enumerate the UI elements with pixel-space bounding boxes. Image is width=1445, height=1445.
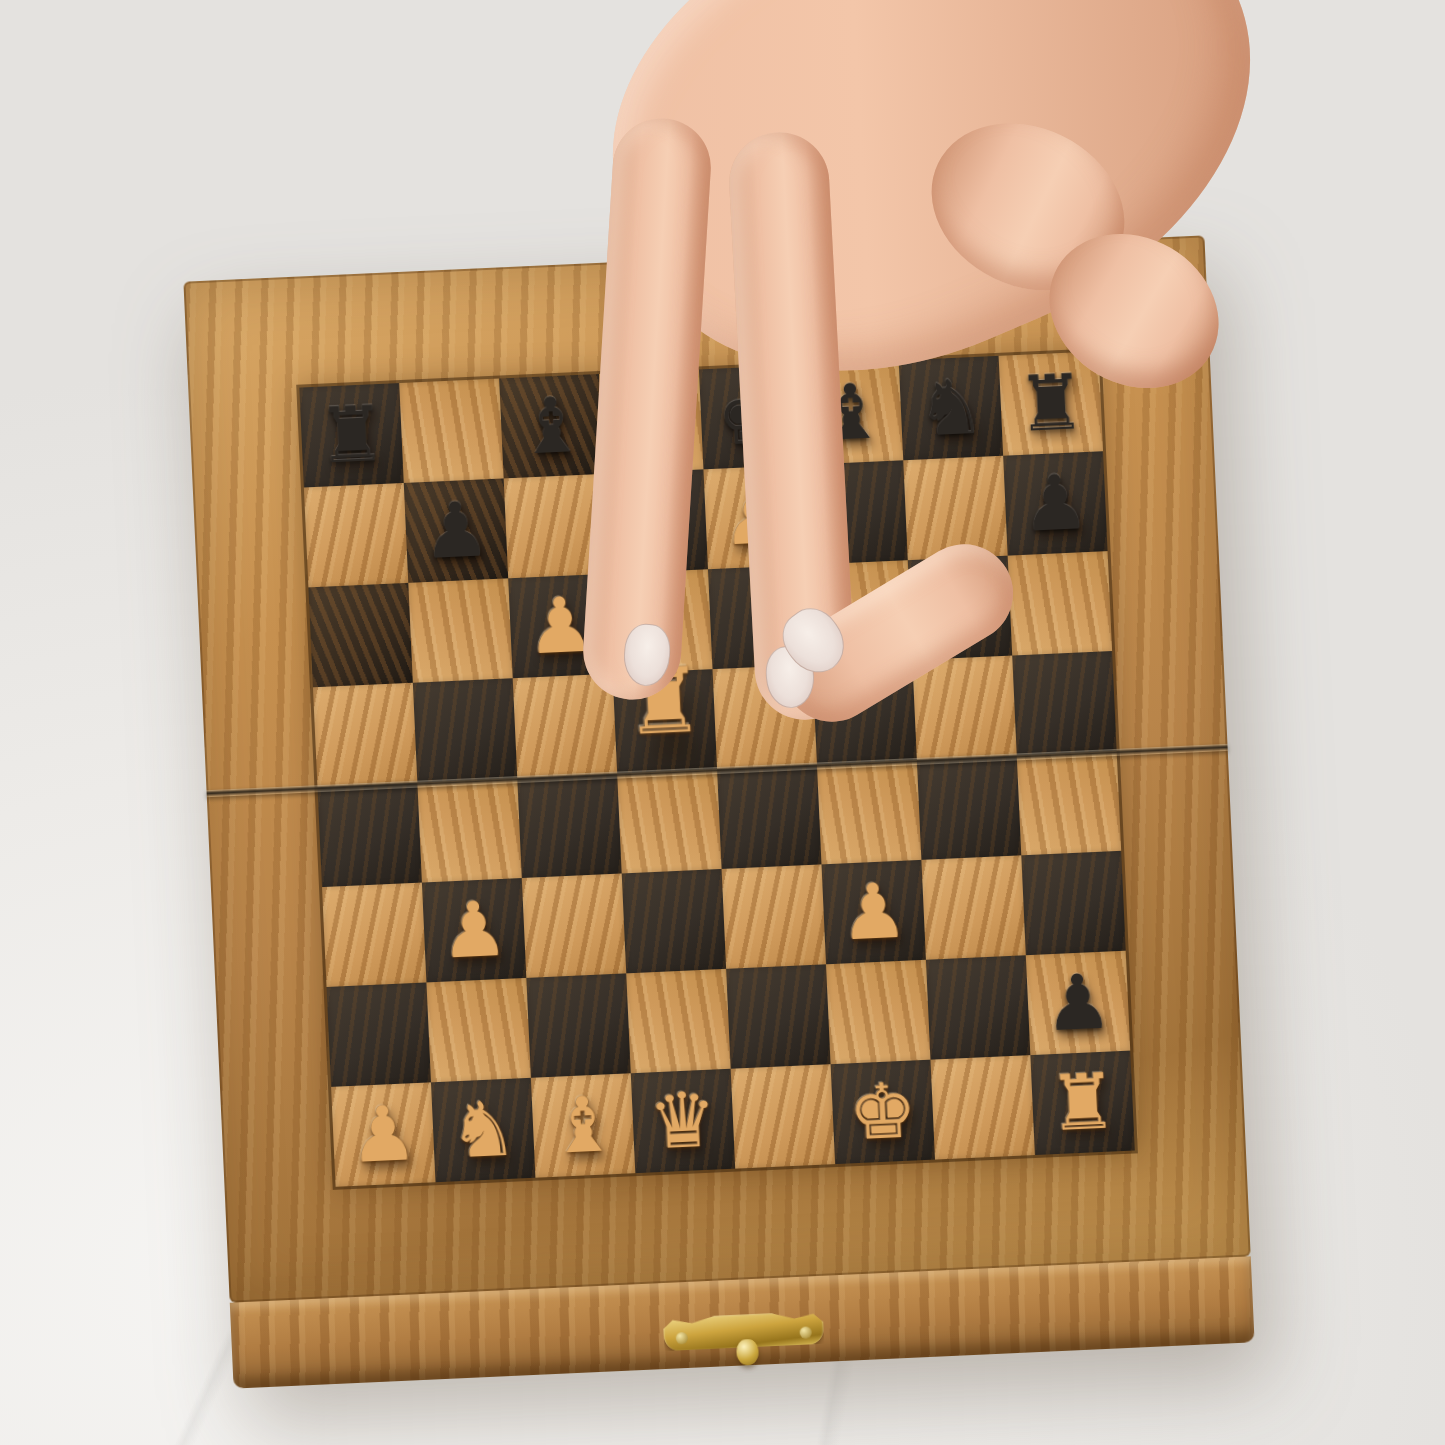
square-e4[interactable] <box>717 765 821 869</box>
white-rook-d5-held[interactable]: ♜ <box>622 655 706 748</box>
square-a4[interactable] <box>317 783 421 887</box>
square-a7[interactable] <box>304 483 408 587</box>
square-f3[interactable]: ♟ <box>821 860 925 964</box>
square-g6[interactable] <box>908 556 1012 660</box>
square-g3[interactable] <box>921 855 1025 959</box>
black-pawn-h7[interactable]: ♟ <box>1020 464 1092 543</box>
square-f4[interactable] <box>817 760 921 864</box>
square-a6[interactable] <box>308 583 412 687</box>
square-e7[interactable]: ♟ <box>703 465 807 569</box>
latch-knob <box>736 1339 759 1366</box>
square-d5[interactable]: ♜ <box>613 669 717 773</box>
square-a3[interactable] <box>322 883 426 987</box>
square-f1[interactable]: ♚ <box>831 1060 935 1164</box>
white-king-f1[interactable]: ♚ <box>847 1072 919 1151</box>
square-d3[interactable] <box>622 869 726 973</box>
folding-chess-box: ♜♝♛♚♝♞♜♟♟♟♟♜♟♟♟♟♞♝♛♚♜ <box>183 235 1254 1388</box>
black-rook-h8[interactable]: ♜ <box>1015 364 1087 443</box>
black-queen-d8[interactable]: ♛ <box>615 382 687 461</box>
square-h1[interactable]: ♜ <box>1030 1051 1134 1155</box>
board-frame: ♜♝♛♚♝♞♜♟♟♟♟♜♟♟♟♟♞♝♛♚♜ <box>183 235 1250 1302</box>
square-a1[interactable]: ♟ <box>331 1082 435 1186</box>
white-queen-d1[interactable]: ♛ <box>647 1081 719 1160</box>
square-b8[interactable] <box>399 379 503 483</box>
square-c2[interactable] <box>526 973 630 1077</box>
square-b5[interactable] <box>413 678 517 782</box>
white-knight-b1[interactable]: ♞ <box>447 1091 519 1170</box>
black-pawn-b7[interactable]: ♟ <box>420 491 492 570</box>
black-pawn-h2[interactable]: ♟ <box>1042 963 1114 1042</box>
white-pawn-c6[interactable]: ♟ <box>525 586 597 665</box>
black-bishop-c8[interactable]: ♝ <box>516 387 588 466</box>
square-c3[interactable] <box>522 873 626 977</box>
white-pawn-a1[interactable]: ♟ <box>348 1095 420 1174</box>
square-f7[interactable] <box>803 460 907 564</box>
square-h4[interactable] <box>1017 751 1121 855</box>
square-c8[interactable]: ♝ <box>499 374 603 478</box>
brass-latch <box>663 1310 825 1355</box>
square-g8[interactable]: ♞ <box>899 356 1003 460</box>
square-e3[interactable] <box>722 864 826 968</box>
white-pawn-b3[interactable]: ♟ <box>438 891 510 970</box>
square-h6[interactable] <box>1008 551 1112 655</box>
square-g1[interactable] <box>930 1055 1034 1159</box>
square-g5[interactable] <box>912 656 1016 760</box>
black-king-e8[interactable]: ♚ <box>715 378 787 457</box>
square-g4[interactable] <box>917 755 1021 859</box>
square-e8[interactable]: ♚ <box>699 365 803 469</box>
square-d7[interactable] <box>604 469 708 573</box>
square-f2[interactable] <box>826 960 930 1064</box>
square-h5[interactable] <box>1012 651 1116 755</box>
square-f5[interactable] <box>812 660 916 764</box>
square-a2[interactable] <box>327 982 431 1086</box>
black-bishop-f8[interactable]: ♝ <box>815 373 887 452</box>
square-b2[interactable] <box>426 978 530 1082</box>
square-h7[interactable]: ♟ <box>1003 451 1107 555</box>
square-b1[interactable]: ♞ <box>431 1078 535 1182</box>
square-b6[interactable] <box>408 578 512 682</box>
square-h3[interactable] <box>1021 851 1125 955</box>
square-g2[interactable] <box>926 955 1030 1059</box>
square-d1[interactable]: ♛ <box>631 1069 735 1173</box>
white-rook-h1[interactable]: ♜ <box>1047 1063 1119 1142</box>
black-knight-g8[interactable]: ♞ <box>915 369 987 448</box>
white-pawn-e7[interactable]: ♟ <box>720 478 792 557</box>
square-e1[interactable] <box>731 1064 835 1168</box>
photo-scene: Overhead photo of a folding olive-wood t… <box>0 0 1445 1445</box>
square-f6[interactable] <box>808 560 912 664</box>
square-a5[interactable] <box>313 683 417 787</box>
square-e5[interactable] <box>713 665 817 769</box>
square-d4[interactable] <box>617 769 721 873</box>
square-e2[interactable] <box>726 964 830 1068</box>
square-b3[interactable]: ♟ <box>422 878 526 982</box>
square-c4[interactable] <box>517 774 621 878</box>
square-h8[interactable]: ♜ <box>999 351 1103 455</box>
square-c6[interactable]: ♟ <box>508 574 612 678</box>
black-rook-a8[interactable]: ♜ <box>316 396 388 475</box>
white-bishop-c1[interactable]: ♝ <box>547 1086 619 1165</box>
square-b7[interactable]: ♟ <box>404 478 508 582</box>
square-a8[interactable]: ♜ <box>299 383 403 487</box>
square-g7[interactable] <box>903 456 1007 560</box>
square-h2[interactable]: ♟ <box>1026 951 1130 1055</box>
square-b4[interactable] <box>417 778 521 882</box>
square-e6[interactable] <box>708 565 812 669</box>
square-c7[interactable] <box>504 474 608 578</box>
square-c1[interactable]: ♝ <box>531 1073 635 1177</box>
square-d8[interactable]: ♛ <box>599 369 703 473</box>
square-f8[interactable]: ♝ <box>799 360 903 464</box>
square-c5[interactable] <box>513 674 617 778</box>
white-pawn-f3[interactable]: ♟ <box>838 873 910 952</box>
square-d2[interactable] <box>626 969 730 1073</box>
